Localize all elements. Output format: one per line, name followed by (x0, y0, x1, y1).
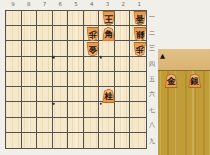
square-8一[interactable] (22, 11, 38, 26)
file-label: 2 (115, 1, 131, 9)
square-7四[interactable] (37, 57, 53, 72)
square-6六[interactable] (53, 87, 69, 102)
square-4一[interactable] (84, 11, 100, 26)
square-8二[interactable] (22, 26, 38, 41)
square-2四[interactable] (115, 57, 131, 72)
square-3四[interactable] (99, 57, 115, 72)
file-labels: 987654321 (5, 1, 147, 9)
square-4八[interactable] (84, 118, 100, 133)
square-6三[interactable] (53, 41, 69, 56)
file-label: 9 (5, 1, 21, 9)
square-7九[interactable] (37, 133, 53, 148)
square-7三[interactable] (37, 41, 53, 56)
square-2七[interactable] (115, 102, 131, 117)
square-1八[interactable] (130, 118, 146, 133)
rank-label: 九 (148, 134, 157, 149)
square-4七[interactable] (84, 102, 100, 117)
square-5三[interactable] (68, 41, 84, 56)
square-2五[interactable] (115, 72, 131, 87)
square-9三[interactable] (6, 41, 22, 56)
square-7六[interactable] (37, 87, 53, 102)
square-2六[interactable] (115, 87, 131, 102)
square-6一[interactable] (53, 11, 69, 26)
square-2九[interactable] (115, 133, 131, 148)
sente-hand-marker: ▲ (160, 53, 165, 60)
square-9二[interactable] (6, 26, 22, 41)
rank-label: 一 (148, 10, 157, 25)
square-1九[interactable] (130, 133, 146, 148)
square-4四[interactable] (84, 57, 100, 72)
square-1四[interactable] (130, 57, 146, 72)
square-1五[interactable] (130, 72, 146, 87)
square-6五[interactable] (53, 72, 69, 87)
square-2八[interactable] (115, 118, 131, 133)
square-5二[interactable] (68, 26, 84, 41)
komadai-top-band (158, 49, 210, 71)
board-grid (6, 11, 146, 148)
square-9八[interactable] (6, 118, 22, 133)
piece-glyph: 銀 (188, 77, 201, 86)
square-7七[interactable] (37, 102, 53, 117)
square-8七[interactable] (22, 102, 38, 117)
piece-glyph: 角 (102, 30, 115, 39)
square-4五[interactable] (84, 72, 100, 87)
piece-glyph: 歩 (86, 30, 99, 39)
square-5四[interactable] (68, 57, 84, 72)
square-9四[interactable] (6, 57, 22, 72)
square-4六[interactable] (84, 87, 100, 102)
square-8八[interactable] (22, 118, 38, 133)
file-label: 7 (37, 1, 53, 9)
square-3九[interactable] (99, 133, 115, 148)
square-8六[interactable] (22, 87, 38, 102)
rank-label: 二 (148, 25, 157, 40)
file-label: 3 (100, 1, 116, 9)
piece-glyph: 桂 (102, 92, 115, 101)
square-7八[interactable] (37, 118, 53, 133)
square-3八[interactable] (99, 118, 115, 133)
square-9九[interactable] (6, 133, 22, 148)
rank-label: 八 (148, 118, 157, 133)
square-3七[interactable] (99, 102, 115, 117)
square-3五[interactable] (99, 72, 115, 87)
square-5五[interactable] (68, 72, 84, 87)
file-label: 8 (21, 1, 37, 9)
square-5七[interactable] (68, 102, 84, 117)
hand-piece-金[interactable]: 金 (165, 74, 178, 89)
shogi-diagram: 987654321 一二三四五六七八九 王香歩角銀金歩桂 金銀 ▲ (0, 0, 210, 155)
square-7一[interactable] (37, 11, 53, 26)
square-5八[interactable] (68, 118, 84, 133)
square-9六[interactable] (6, 87, 22, 102)
square-6八[interactable] (53, 118, 69, 133)
square-6七[interactable] (53, 102, 69, 117)
square-5一[interactable] (68, 11, 84, 26)
square-9一[interactable] (6, 11, 22, 26)
piece-glyph: 金 (165, 77, 178, 86)
square-2一[interactable] (115, 11, 131, 26)
square-7二[interactable] (37, 26, 53, 41)
square-8五[interactable] (22, 72, 38, 87)
square-8四[interactable] (22, 57, 38, 72)
file-label: 5 (68, 1, 84, 9)
square-8三[interactable] (22, 41, 38, 56)
hand-piece-銀[interactable]: 銀 (188, 74, 201, 89)
rank-label: 七 (148, 103, 157, 118)
square-5六[interactable] (68, 87, 84, 102)
square-9七[interactable] (6, 102, 22, 117)
komadai: 金銀 (158, 71, 210, 155)
rank-label: 六 (148, 87, 157, 102)
square-2二[interactable] (115, 26, 131, 41)
file-label: 6 (52, 1, 68, 9)
square-2三[interactable] (115, 41, 131, 56)
square-3三[interactable] (99, 41, 115, 56)
square-6九[interactable] (53, 133, 69, 148)
file-label: 4 (84, 1, 100, 9)
square-7五[interactable] (37, 72, 53, 87)
rank-label: 五 (148, 72, 157, 87)
square-6四[interactable] (53, 57, 69, 72)
shogi-board: 王香歩角銀金歩桂 (5, 10, 147, 149)
square-4九[interactable] (84, 133, 100, 148)
square-8九[interactable] (22, 133, 38, 148)
square-1七[interactable] (130, 102, 146, 117)
square-1六[interactable] (130, 87, 146, 102)
square-9五[interactable] (6, 72, 22, 87)
rank-label: 四 (148, 56, 157, 71)
file-label: 1 (131, 1, 147, 9)
square-5九[interactable] (68, 133, 84, 148)
rank-label: 三 (148, 41, 157, 56)
rank-labels: 一二三四五六七八九 (148, 10, 157, 149)
square-6二[interactable] (53, 26, 69, 41)
